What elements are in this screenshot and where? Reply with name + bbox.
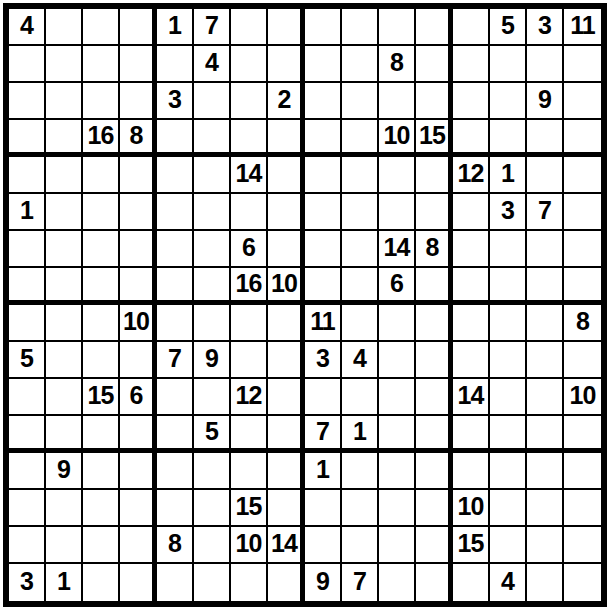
- cell-r12c1[interactable]: [9, 416, 46, 453]
- cell-r3c15[interactable]: 9: [527, 83, 564, 120]
- cell-r3c5[interactable]: 3: [157, 83, 194, 120]
- cell-r14c15[interactable]: [527, 490, 564, 527]
- cell-r15c2[interactable]: [46, 527, 83, 564]
- cell-r4c8[interactable]: [268, 120, 305, 157]
- cell-r11c8[interactable]: [268, 379, 305, 416]
- cell-r5c10[interactable]: [342, 157, 379, 194]
- cell-r3c1[interactable]: [9, 83, 46, 120]
- cell-r2c5[interactable]: [157, 46, 194, 83]
- cell-r10c1[interactable]: 5: [9, 342, 46, 379]
- cell-r16c1[interactable]: 3: [9, 564, 46, 601]
- cell-r12c2[interactable]: [46, 416, 83, 453]
- cell-r13c10[interactable]: [342, 453, 379, 490]
- cell-r1c16[interactable]: 11: [564, 9, 601, 46]
- cell-r13c7[interactable]: [231, 453, 268, 490]
- cell-r11c7[interactable]: 12: [231, 379, 268, 416]
- cell-r11c5[interactable]: [157, 379, 194, 416]
- cell-r9c4[interactable]: 10: [120, 305, 157, 342]
- cell-r10c16[interactable]: [564, 342, 601, 379]
- cell-r3c4[interactable]: [120, 83, 157, 120]
- cell-r7c8[interactable]: [268, 231, 305, 268]
- cell-r10c8[interactable]: [268, 342, 305, 379]
- cell-r6c1[interactable]: 1: [9, 194, 46, 231]
- cell-r6c4[interactable]: [120, 194, 157, 231]
- cell-r5c3[interactable]: [83, 157, 120, 194]
- cell-r6c7[interactable]: [231, 194, 268, 231]
- cell-r13c8[interactable]: [268, 453, 305, 490]
- cell-r13c11[interactable]: [379, 453, 416, 490]
- cell-r1c7[interactable]: [231, 9, 268, 46]
- cell-r9c5[interactable]: [157, 305, 194, 342]
- cell-r16c15[interactable]: [527, 564, 564, 601]
- cell-r16c2[interactable]: 1: [46, 564, 83, 601]
- cell-r6c9[interactable]: [305, 194, 342, 231]
- cell-r8c1[interactable]: [9, 268, 46, 305]
- cell-r16c4[interactable]: [120, 564, 157, 601]
- cell-r9c15[interactable]: [527, 305, 564, 342]
- cell-r7c9[interactable]: [305, 231, 342, 268]
- cell-r1c2[interactable]: [46, 9, 83, 46]
- cell-r4c14[interactable]: [490, 120, 527, 157]
- cell-r9c2[interactable]: [46, 305, 83, 342]
- cell-r5c9[interactable]: [305, 157, 342, 194]
- cell-r9c13[interactable]: [453, 305, 490, 342]
- cell-r1c12[interactable]: [416, 9, 453, 46]
- cell-r7c16[interactable]: [564, 231, 601, 268]
- cell-r16c14[interactable]: 4: [490, 564, 527, 601]
- cell-r7c3[interactable]: [83, 231, 120, 268]
- cell-r12c8[interactable]: [268, 416, 305, 453]
- cell-r8c6[interactable]: [194, 268, 231, 305]
- cell-r2c10[interactable]: [342, 46, 379, 83]
- cell-r10c5[interactable]: 7: [157, 342, 194, 379]
- cell-r14c14[interactable]: [490, 490, 527, 527]
- cell-r4c2[interactable]: [46, 120, 83, 157]
- cell-r8c16[interactable]: [564, 268, 601, 305]
- cell-r4c9[interactable]: [305, 120, 342, 157]
- cell-r15c10[interactable]: [342, 527, 379, 564]
- cell-r8c11[interactable]: 6: [379, 268, 416, 305]
- cell-r4c16[interactable]: [564, 120, 601, 157]
- cell-r9c8[interactable]: [268, 305, 305, 342]
- cell-r2c15[interactable]: [527, 46, 564, 83]
- cell-r2c11[interactable]: 8: [379, 46, 416, 83]
- cell-r5c7[interactable]: 14: [231, 157, 268, 194]
- cell-r12c9[interactable]: 7: [305, 416, 342, 453]
- cell-r13c4[interactable]: [120, 453, 157, 490]
- cell-r6c10[interactable]: [342, 194, 379, 231]
- cell-r9c3[interactable]: [83, 305, 120, 342]
- cell-r11c1[interactable]: [9, 379, 46, 416]
- cell-r2c4[interactable]: [120, 46, 157, 83]
- cell-r15c7[interactable]: 10: [231, 527, 268, 564]
- cell-r13c5[interactable]: [157, 453, 194, 490]
- cell-r2c3[interactable]: [83, 46, 120, 83]
- cell-r8c12[interactable]: [416, 268, 453, 305]
- cell-r4c6[interactable]: [194, 120, 231, 157]
- cell-r7c5[interactable]: [157, 231, 194, 268]
- cell-r5c13[interactable]: 12: [453, 157, 490, 194]
- cell-r8c5[interactable]: [157, 268, 194, 305]
- cell-r12c3[interactable]: [83, 416, 120, 453]
- cell-r8c4[interactable]: [120, 268, 157, 305]
- cell-r5c15[interactable]: [527, 157, 564, 194]
- cell-r13c9[interactable]: 1: [305, 453, 342, 490]
- cell-r5c12[interactable]: [416, 157, 453, 194]
- cell-r4c12[interactable]: 15: [416, 120, 453, 157]
- cell-r16c11[interactable]: [379, 564, 416, 601]
- cell-r12c14[interactable]: [490, 416, 527, 453]
- cell-r15c3[interactable]: [83, 527, 120, 564]
- cell-r4c1[interactable]: [9, 120, 46, 157]
- cell-r10c2[interactable]: [46, 342, 83, 379]
- cell-r6c3[interactable]: [83, 194, 120, 231]
- cell-r2c14[interactable]: [490, 46, 527, 83]
- cell-r10c15[interactable]: [527, 342, 564, 379]
- cell-r5c11[interactable]: [379, 157, 416, 194]
- cell-r11c11[interactable]: [379, 379, 416, 416]
- cell-r14c12[interactable]: [416, 490, 453, 527]
- cell-r13c3[interactable]: [83, 453, 120, 490]
- cell-r12c4[interactable]: [120, 416, 157, 453]
- cell-r14c9[interactable]: [305, 490, 342, 527]
- cell-r10c4[interactable]: [120, 342, 157, 379]
- cell-r4c4[interactable]: 8: [120, 120, 157, 157]
- cell-r7c15[interactable]: [527, 231, 564, 268]
- cell-r1c1[interactable]: 4: [9, 9, 46, 46]
- cell-r3c8[interactable]: 2: [268, 83, 305, 120]
- cell-r6c15[interactable]: 7: [527, 194, 564, 231]
- cell-r5c2[interactable]: [46, 157, 83, 194]
- cell-r9c16[interactable]: 8: [564, 305, 601, 342]
- cell-r11c9[interactable]: [305, 379, 342, 416]
- cell-r5c6[interactable]: [194, 157, 231, 194]
- cell-r3c11[interactable]: [379, 83, 416, 120]
- cell-r15c13[interactable]: 15: [453, 527, 490, 564]
- cell-r1c3[interactable]: [83, 9, 120, 46]
- cell-r8c14[interactable]: [490, 268, 527, 305]
- cell-r16c16[interactable]: [564, 564, 601, 601]
- cell-r16c6[interactable]: [194, 564, 231, 601]
- cell-r10c10[interactable]: 4: [342, 342, 379, 379]
- cell-r7c12[interactable]: 8: [416, 231, 453, 268]
- cell-r9c7[interactable]: [231, 305, 268, 342]
- cell-r1c6[interactable]: 7: [194, 9, 231, 46]
- cell-r15c14[interactable]: [490, 527, 527, 564]
- cell-r12c11[interactable]: [379, 416, 416, 453]
- cell-r12c16[interactable]: [564, 416, 601, 453]
- cell-r6c12[interactable]: [416, 194, 453, 231]
- cell-r14c16[interactable]: [564, 490, 601, 527]
- cell-r8c7[interactable]: 16: [231, 268, 268, 305]
- cell-r14c3[interactable]: [83, 490, 120, 527]
- cell-r10c12[interactable]: [416, 342, 453, 379]
- cell-r12c7[interactable]: [231, 416, 268, 453]
- cell-r5c1[interactable]: [9, 157, 46, 194]
- cell-r11c3[interactable]: 15: [83, 379, 120, 416]
- cell-r6c14[interactable]: 3: [490, 194, 527, 231]
- cell-r8c9[interactable]: [305, 268, 342, 305]
- cell-r16c7[interactable]: [231, 564, 268, 601]
- cell-r15c11[interactable]: [379, 527, 416, 564]
- cell-r3c12[interactable]: [416, 83, 453, 120]
- cell-r6c13[interactable]: [453, 194, 490, 231]
- cell-r5c5[interactable]: [157, 157, 194, 194]
- cell-r11c2[interactable]: [46, 379, 83, 416]
- cell-r13c12[interactable]: [416, 453, 453, 490]
- cell-r2c9[interactable]: [305, 46, 342, 83]
- cell-r16c3[interactable]: [83, 564, 120, 601]
- cell-r16c12[interactable]: [416, 564, 453, 601]
- cell-r14c8[interactable]: [268, 490, 305, 527]
- cell-r10c3[interactable]: [83, 342, 120, 379]
- cell-r4c7[interactable]: [231, 120, 268, 157]
- cell-r16c8[interactable]: [268, 564, 305, 601]
- cell-r13c6[interactable]: [194, 453, 231, 490]
- cell-r14c11[interactable]: [379, 490, 416, 527]
- cell-r10c13[interactable]: [453, 342, 490, 379]
- cell-r1c8[interactable]: [268, 9, 305, 46]
- cell-r16c13[interactable]: [453, 564, 490, 601]
- cell-r8c8[interactable]: 10: [268, 268, 305, 305]
- cell-r7c4[interactable]: [120, 231, 157, 268]
- cell-r9c9[interactable]: 11: [305, 305, 342, 342]
- cell-r5c8[interactable]: [268, 157, 305, 194]
- cell-r3c7[interactable]: [231, 83, 268, 120]
- cell-r1c15[interactable]: 3: [527, 9, 564, 46]
- cell-r4c5[interactable]: [157, 120, 194, 157]
- cell-r10c7[interactable]: [231, 342, 268, 379]
- cell-r14c1[interactable]: [9, 490, 46, 527]
- cell-r11c14[interactable]: [490, 379, 527, 416]
- cell-r7c13[interactable]: [453, 231, 490, 268]
- cell-r2c6[interactable]: 4: [194, 46, 231, 83]
- cell-r11c4[interactable]: 6: [120, 379, 157, 416]
- cell-r11c10[interactable]: [342, 379, 379, 416]
- cell-r8c3[interactable]: [83, 268, 120, 305]
- cell-r2c7[interactable]: [231, 46, 268, 83]
- cell-r1c10[interactable]: [342, 9, 379, 46]
- cell-r2c2[interactable]: [46, 46, 83, 83]
- cell-r7c7[interactable]: 6: [231, 231, 268, 268]
- cell-r3c16[interactable]: [564, 83, 601, 120]
- cell-r1c14[interactable]: 5: [490, 9, 527, 46]
- cell-r16c10[interactable]: 7: [342, 564, 379, 601]
- cell-r3c14[interactable]: [490, 83, 527, 120]
- cell-r6c2[interactable]: [46, 194, 83, 231]
- cell-r6c5[interactable]: [157, 194, 194, 231]
- cell-r9c11[interactable]: [379, 305, 416, 342]
- cell-r15c4[interactable]: [120, 527, 157, 564]
- cell-r9c14[interactable]: [490, 305, 527, 342]
- cell-r15c16[interactable]: [564, 527, 601, 564]
- cell-r4c11[interactable]: 10: [379, 120, 416, 157]
- cell-r14c7[interactable]: 15: [231, 490, 268, 527]
- cell-r15c5[interactable]: 8: [157, 527, 194, 564]
- cell-r10c11[interactable]: [379, 342, 416, 379]
- cell-r1c4[interactable]: [120, 9, 157, 46]
- cell-r10c9[interactable]: 3: [305, 342, 342, 379]
- cell-r11c16[interactable]: 10: [564, 379, 601, 416]
- cell-r12c15[interactable]: [527, 416, 564, 453]
- cell-r15c12[interactable]: [416, 527, 453, 564]
- cell-r5c14[interactable]: 1: [490, 157, 527, 194]
- cell-r1c9[interactable]: [305, 9, 342, 46]
- cell-r2c8[interactable]: [268, 46, 305, 83]
- cell-r16c9[interactable]: 9: [305, 564, 342, 601]
- cell-r11c12[interactable]: [416, 379, 453, 416]
- cell-r1c13[interactable]: [453, 9, 490, 46]
- cell-r10c14[interactable]: [490, 342, 527, 379]
- cell-r3c6[interactable]: [194, 83, 231, 120]
- cell-r4c13[interactable]: [453, 120, 490, 157]
- cell-r14c10[interactable]: [342, 490, 379, 527]
- cell-r2c16[interactable]: [564, 46, 601, 83]
- cell-r15c6[interactable]: [194, 527, 231, 564]
- cell-r7c2[interactable]: [46, 231, 83, 268]
- cell-r9c1[interactable]: [9, 305, 46, 342]
- cell-r7c14[interactable]: [490, 231, 527, 268]
- cell-r8c10[interactable]: [342, 268, 379, 305]
- cell-r14c4[interactable]: [120, 490, 157, 527]
- cell-r9c12[interactable]: [416, 305, 453, 342]
- cell-r13c1[interactable]: [9, 453, 46, 490]
- cell-r6c16[interactable]: [564, 194, 601, 231]
- cell-r14c5[interactable]: [157, 490, 194, 527]
- cell-r14c2[interactable]: [46, 490, 83, 527]
- cell-r4c10[interactable]: [342, 120, 379, 157]
- cell-r7c11[interactable]: 14: [379, 231, 416, 268]
- cell-r8c2[interactable]: [46, 268, 83, 305]
- cell-r15c1[interactable]: [9, 527, 46, 564]
- cell-r12c10[interactable]: 1: [342, 416, 379, 453]
- cell-r13c14[interactable]: [490, 453, 527, 490]
- cell-r1c5[interactable]: 1: [157, 9, 194, 46]
- cell-r3c2[interactable]: [46, 83, 83, 120]
- cell-r3c13[interactable]: [453, 83, 490, 120]
- cell-r15c9[interactable]: [305, 527, 342, 564]
- cell-r7c6[interactable]: [194, 231, 231, 268]
- cell-r7c10[interactable]: [342, 231, 379, 268]
- cell-r9c10[interactable]: [342, 305, 379, 342]
- cell-r13c13[interactable]: [453, 453, 490, 490]
- cell-r14c6[interactable]: [194, 490, 231, 527]
- cell-r4c15[interactable]: [527, 120, 564, 157]
- cell-r11c15[interactable]: [527, 379, 564, 416]
- cell-r11c13[interactable]: 14: [453, 379, 490, 416]
- cell-r10c6[interactable]: 9: [194, 342, 231, 379]
- cell-r6c8[interactable]: [268, 194, 305, 231]
- cell-r2c12[interactable]: [416, 46, 453, 83]
- cell-r12c6[interactable]: 5: [194, 416, 231, 453]
- cell-r3c10[interactable]: [342, 83, 379, 120]
- cell-r2c13[interactable]: [453, 46, 490, 83]
- cell-r8c15[interactable]: [527, 268, 564, 305]
- cell-r1c11[interactable]: [379, 9, 416, 46]
- sudoku-board: 4175311483291681015141211376148161061011…: [3, 3, 607, 607]
- cell-r5c16[interactable]: [564, 157, 601, 194]
- cell-r4c3[interactable]: 16: [83, 120, 120, 157]
- cell-r12c12[interactable]: [416, 416, 453, 453]
- cell-r6c6[interactable]: [194, 194, 231, 231]
- cell-r15c15[interactable]: [527, 527, 564, 564]
- cell-r7c1[interactable]: [9, 231, 46, 268]
- cell-r2c1[interactable]: [9, 46, 46, 83]
- cell-r12c5[interactable]: [157, 416, 194, 453]
- cell-r13c15[interactable]: [527, 453, 564, 490]
- cell-r6c11[interactable]: [379, 194, 416, 231]
- cell-r12c13[interactable]: [453, 416, 490, 453]
- cell-r16c5[interactable]: [157, 564, 194, 601]
- cell-r9c6[interactable]: [194, 305, 231, 342]
- cell-r5c4[interactable]: [120, 157, 157, 194]
- cell-r15c8[interactable]: 14: [268, 527, 305, 564]
- cell-r13c2[interactable]: 9: [46, 453, 83, 490]
- cell-r3c9[interactable]: [305, 83, 342, 120]
- cell-r13c16[interactable]: [564, 453, 601, 490]
- cell-r11c6[interactable]: [194, 379, 231, 416]
- cell-r8c13[interactable]: [453, 268, 490, 305]
- cell-r3c3[interactable]: [83, 83, 120, 120]
- cell-r14c13[interactable]: 10: [453, 490, 490, 527]
